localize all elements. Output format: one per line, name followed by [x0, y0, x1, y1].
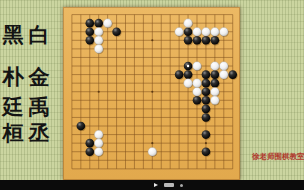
- black-stone: [112, 27, 121, 36]
- hoshi-point: [98, 91, 100, 93]
- white-player-char: 白: [27, 24, 51, 47]
- black-stone: [184, 27, 193, 36]
- white-stone: [94, 36, 103, 45]
- white-stone: [94, 130, 103, 139]
- black-stone: [202, 87, 211, 96]
- black-stone: [211, 79, 220, 88]
- hoshi-point: [205, 142, 207, 144]
- right-panel: 徐老师围棋教室: [240, 0, 304, 180]
- black-stone: [202, 79, 211, 88]
- black-stone: [202, 113, 211, 122]
- white-stone: [94, 45, 103, 54]
- white-stone: [219, 62, 228, 71]
- black-stone: [85, 147, 94, 156]
- white-stone: [175, 27, 184, 36]
- video-player-bar[interactable]: [0, 180, 304, 190]
- white-player-char: 禹: [27, 96, 51, 119]
- go-lesson-video-frame: 黑朴廷桓白金禹丞 徐老师围棋教室: [0, 0, 304, 190]
- black-stone: [184, 36, 193, 45]
- black-stone: [202, 130, 211, 139]
- black-stone: [85, 139, 94, 148]
- white-player-char: 金: [27, 66, 51, 89]
- go-board: [63, 7, 240, 180]
- black-stone: [202, 96, 211, 105]
- black-stone: [211, 70, 220, 79]
- player-bar-dot: [180, 184, 183, 187]
- black-stone: [202, 105, 211, 114]
- stones: [77, 19, 238, 157]
- hoshi-point: [151, 142, 153, 144]
- black-stone: [202, 70, 211, 79]
- white-stone: [148, 147, 157, 156]
- white-stone: [211, 62, 220, 71]
- black-stone: [77, 122, 86, 131]
- hoshi-point: [151, 39, 153, 41]
- white-stone: [184, 79, 193, 88]
- white-stone: [193, 87, 202, 96]
- black-player-char: 桓: [1, 122, 25, 145]
- player-bar-badge[interactable]: [164, 183, 174, 187]
- watermark-text: 徐老师围棋教室: [252, 152, 304, 162]
- black-player-char: 廷: [1, 96, 25, 119]
- white-player-char: 丞: [27, 122, 51, 145]
- black-stone: [85, 27, 94, 36]
- white-stone: [219, 70, 228, 79]
- black-player-char: 朴: [1, 66, 25, 89]
- board-svg: [63, 7, 240, 180]
- players-panel: 黑朴廷桓白金禹丞: [0, 0, 63, 180]
- black-stone: [85, 19, 94, 28]
- white-stone: [219, 27, 228, 36]
- white-stone: [211, 87, 220, 96]
- black-stone: [175, 70, 184, 79]
- black-stone: [202, 36, 211, 45]
- black-stone: [228, 70, 237, 79]
- play-icon[interactable]: [154, 183, 158, 187]
- black-stone: [202, 147, 211, 156]
- white-stone: [193, 79, 202, 88]
- white-stone: [94, 147, 103, 156]
- black-stone: [193, 36, 202, 45]
- black-stone: [94, 19, 103, 28]
- white-stone: [211, 27, 220, 36]
- white-stone: [103, 19, 112, 28]
- black-stone: [193, 96, 202, 105]
- hoshi-point: [151, 91, 153, 93]
- white-stone: [193, 27, 202, 36]
- black-stone: [211, 36, 220, 45]
- black-stone: [85, 36, 94, 45]
- white-stone: [184, 19, 193, 28]
- black-player-char: 黑: [1, 24, 25, 47]
- last-move-marker: [187, 65, 189, 67]
- white-stone: [202, 27, 211, 36]
- white-stone: [94, 27, 103, 36]
- white-stone: [94, 139, 103, 148]
- white-stone: [193, 62, 202, 71]
- black-stone: [184, 70, 193, 79]
- white-stone: [211, 96, 220, 105]
